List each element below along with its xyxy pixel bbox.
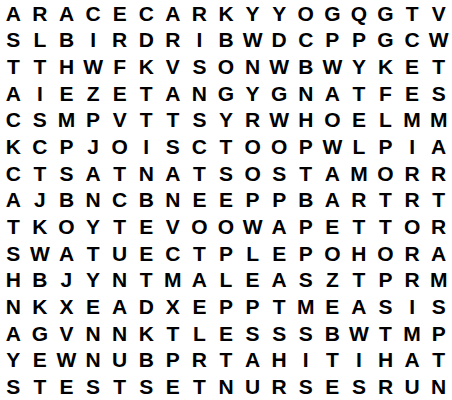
grid-cell[interactable]: Z [319, 267, 346, 294]
grid-cell[interactable]: W [80, 53, 107, 80]
grid-cell[interactable]: X [160, 293, 187, 320]
grid-cell[interactable]: S [80, 373, 107, 400]
word-search-grid: ARACECARKYYOGQGTVSLBIRDRIBWDCPPGCWTTHWFK… [0, 0, 452, 400]
grid-cell[interactable]: A [106, 293, 133, 320]
grid-cell[interactable]: J [27, 187, 54, 214]
grid-cell[interactable]: B [53, 187, 80, 214]
grid-cell[interactable]: O [372, 240, 399, 267]
grid-cell[interactable]: I [186, 27, 213, 54]
grid-cell[interactable]: S [160, 133, 187, 160]
grid-cell[interactable]: G [372, 27, 399, 54]
grid-cell[interactable]: O [186, 213, 213, 240]
grid-cell[interactable]: O [266, 133, 293, 160]
grid-cell[interactable]: P [53, 133, 80, 160]
grid-cell[interactable]: T [27, 373, 54, 400]
grid-cell[interactable]: A [425, 240, 452, 267]
grid-cell[interactable]: T [186, 240, 213, 267]
grid-cell[interactable]: O [239, 133, 266, 160]
grid-cell[interactable]: S [372, 293, 399, 320]
grid-cell[interactable]: G [27, 320, 54, 347]
grid-cell[interactable]: K [133, 53, 160, 80]
grid-cell[interactable]: A [0, 80, 27, 107]
grid-cell[interactable]: P [239, 187, 266, 214]
grid-cell[interactable]: K [0, 133, 27, 160]
grid-cell[interactable]: T [425, 347, 452, 374]
grid-cell[interactable]: A [160, 0, 187, 27]
grid-cell[interactable]: E [160, 373, 187, 400]
grid-cell[interactable]: S [292, 320, 319, 347]
grid-cell[interactable]: A [399, 347, 426, 374]
grid-cell[interactable]: V [425, 0, 452, 27]
grid-cell[interactable]: W [239, 213, 266, 240]
grid-cell[interactable]: N [133, 160, 160, 187]
grid-cell[interactable]: K [372, 53, 399, 80]
grid-cell[interactable]: F [372, 80, 399, 107]
grid-cell[interactable]: T [133, 80, 160, 107]
grid-cell[interactable]: T [319, 347, 346, 374]
grid-cell[interactable]: A [346, 293, 373, 320]
grid-cell[interactable]: E [186, 187, 213, 214]
grid-cell[interactable]: C [80, 0, 107, 27]
grid-cell[interactable]: F [106, 53, 133, 80]
grid-cell[interactable]: P [292, 240, 319, 267]
grid-cell[interactable]: I [133, 133, 160, 160]
grid-cell[interactable]: A [0, 187, 27, 214]
grid-cell[interactable]: T [106, 213, 133, 240]
grid-cell[interactable]: E [213, 320, 240, 347]
grid-cell[interactable]: P [80, 107, 107, 134]
grid-cell[interactable]: L [372, 107, 399, 134]
grid-cell[interactable]: E [106, 80, 133, 107]
grid-cell[interactable]: B [133, 187, 160, 214]
grid-cell[interactable]: S [425, 293, 452, 320]
grid-cell[interactable]: E [53, 373, 80, 400]
grid-cell[interactable]: G [266, 80, 293, 107]
grid-cell[interactable]: R [399, 267, 426, 294]
grid-cell[interactable]: E [27, 347, 54, 374]
grid-cell[interactable]: P [425, 320, 452, 347]
grid-cell[interactable]: A [186, 267, 213, 294]
grid-cell[interactable]: S [292, 373, 319, 400]
grid-cell[interactable]: A [160, 160, 187, 187]
grid-cell[interactable]: S [0, 373, 27, 400]
grid-cell[interactable]: T [133, 267, 160, 294]
grid-cell[interactable]: W [319, 133, 346, 160]
grid-cell[interactable]: C [106, 187, 133, 214]
grid-cell[interactable]: A [53, 0, 80, 27]
grid-cell[interactable]: R [399, 240, 426, 267]
grid-cell[interactable]: S [186, 107, 213, 134]
grid-cell[interactable]: O [399, 213, 426, 240]
grid-cell[interactable]: G [213, 80, 240, 107]
grid-cell[interactable]: Q [346, 0, 373, 27]
grid-cell[interactable]: I [346, 347, 373, 374]
grid-cell[interactable]: R [160, 27, 187, 54]
grid-cell[interactable]: O [319, 107, 346, 134]
grid-cell[interactable]: T [27, 53, 54, 80]
grid-cell[interactable]: R [27, 0, 54, 27]
grid-cell[interactable]: T [346, 80, 373, 107]
grid-cell[interactable]: V [160, 53, 187, 80]
grid-cell[interactable]: S [425, 80, 452, 107]
grid-cell[interactable]: A [160, 80, 187, 107]
grid-cell[interactable]: K [27, 213, 54, 240]
grid-cell[interactable]: D [266, 27, 293, 54]
grid-cell[interactable]: W [266, 107, 293, 134]
grid-cell[interactable]: A [239, 347, 266, 374]
grid-cell[interactable]: P [292, 133, 319, 160]
grid-cell[interactable]: O [53, 213, 80, 240]
grid-cell[interactable]: T [372, 213, 399, 240]
grid-cell[interactable]: T [80, 240, 107, 267]
grid-cell[interactable]: R [425, 213, 452, 240]
grid-cell[interactable]: N [213, 373, 240, 400]
grid-cell[interactable]: N [239, 53, 266, 80]
grid-cell[interactable]: U [106, 240, 133, 267]
grid-cell[interactable]: N [186, 80, 213, 107]
grid-cell[interactable]: I [399, 133, 426, 160]
grid-cell[interactable]: Y [346, 53, 373, 80]
grid-cell[interactable]: I [399, 293, 426, 320]
grid-cell[interactable]: T [160, 107, 187, 134]
grid-cell[interactable]: C [27, 133, 54, 160]
grid-cell[interactable]: T [0, 213, 27, 240]
grid-cell[interactable]: M [399, 320, 426, 347]
grid-cell[interactable]: R [346, 187, 373, 214]
grid-cell[interactable]: I [27, 80, 54, 107]
grid-cell[interactable]: T [160, 320, 187, 347]
grid-cell[interactable]: O [239, 160, 266, 187]
grid-cell[interactable]: E [319, 293, 346, 320]
grid-cell[interactable]: C [292, 27, 319, 54]
grid-cell[interactable]: K [27, 293, 54, 320]
grid-cell[interactable]: E [133, 213, 160, 240]
grid-cell[interactable]: S [0, 27, 27, 54]
grid-cell[interactable]: T [346, 267, 373, 294]
grid-cell[interactable]: L [239, 240, 266, 267]
grid-cell[interactable]: M [425, 267, 452, 294]
grid-cell[interactable]: C [0, 160, 27, 187]
grid-cell[interactable]: Y [266, 0, 293, 27]
grid-cell[interactable]: Y [239, 0, 266, 27]
grid-cell[interactable]: C [186, 133, 213, 160]
grid-cell[interactable]: U [399, 373, 426, 400]
grid-cell[interactable]: E [346, 107, 373, 134]
grid-cell[interactable]: E [213, 187, 240, 214]
grid-cell[interactable]: R [266, 373, 293, 400]
grid-cell[interactable]: K [213, 0, 240, 27]
grid-cell[interactable]: O [106, 133, 133, 160]
grid-cell[interactable]: A [0, 320, 27, 347]
grid-cell[interactable]: T [399, 0, 426, 27]
grid-cell[interactable]: S [53, 160, 80, 187]
grid-cell[interactable]: T [266, 293, 293, 320]
grid-cell[interactable]: W [27, 240, 54, 267]
grid-cell[interactable]: R [399, 187, 426, 214]
grid-cell[interactable]: P [213, 240, 240, 267]
grid-cell[interactable]: S [27, 107, 54, 134]
grid-cell[interactable]: P [160, 347, 187, 374]
grid-cell[interactable]: R [239, 107, 266, 134]
grid-cell[interactable]: U [239, 373, 266, 400]
grid-cell[interactable]: S [186, 53, 213, 80]
grid-cell[interactable]: N [106, 320, 133, 347]
grid-cell[interactable]: T [27, 160, 54, 187]
grid-cell[interactable]: T [186, 373, 213, 400]
grid-cell[interactable]: H [266, 347, 293, 374]
grid-cell[interactable]: N [160, 187, 187, 214]
grid-cell[interactable]: L [346, 133, 373, 160]
grid-cell[interactable]: M [346, 160, 373, 187]
grid-cell[interactable]: T [372, 320, 399, 347]
grid-cell[interactable]: R [425, 160, 452, 187]
grid-cell[interactable]: B [133, 347, 160, 374]
grid-cell[interactable]: Y [80, 267, 107, 294]
grid-cell[interactable]: T [425, 187, 452, 214]
grid-cell[interactable]: W [425, 27, 452, 54]
grid-cell[interactable]: B [292, 187, 319, 214]
grid-cell[interactable]: T [106, 373, 133, 400]
grid-cell[interactable]: Y [213, 107, 240, 134]
grid-cell[interactable]: R [106, 27, 133, 54]
grid-cell[interactable]: S [266, 160, 293, 187]
grid-cell[interactable]: S [266, 320, 293, 347]
grid-cell[interactable]: V [160, 213, 187, 240]
grid-cell[interactable]: T [106, 160, 133, 187]
grid-cell[interactable]: R [186, 0, 213, 27]
grid-cell[interactable]: M [399, 107, 426, 134]
grid-cell[interactable]: E [186, 293, 213, 320]
grid-cell[interactable]: T [425, 53, 452, 80]
grid-cell[interactable]: R [399, 160, 426, 187]
grid-cell[interactable]: I [80, 27, 107, 54]
grid-cell[interactable]: M [160, 267, 187, 294]
grid-cell[interactable]: J [80, 133, 107, 160]
grid-cell[interactable]: B [53, 27, 80, 54]
grid-cell[interactable]: E [399, 53, 426, 80]
grid-cell[interactable]: Y [239, 80, 266, 107]
grid-cell[interactable]: T [372, 187, 399, 214]
grid-cell[interactable]: E [319, 213, 346, 240]
grid-cell[interactable]: G [372, 0, 399, 27]
grid-cell[interactable]: B [213, 27, 240, 54]
grid-cell[interactable]: K [133, 320, 160, 347]
grid-cell[interactable]: R [186, 347, 213, 374]
grid-cell[interactable]: S [346, 373, 373, 400]
grid-cell[interactable]: E [53, 80, 80, 107]
grid-cell[interactable]: T [213, 133, 240, 160]
grid-cell[interactable]: E [399, 80, 426, 107]
grid-cell[interactable]: L [27, 27, 54, 54]
grid-cell[interactable]: J [53, 267, 80, 294]
grid-cell[interactable]: W [239, 27, 266, 54]
grid-cell[interactable]: A [319, 80, 346, 107]
grid-cell[interactable]: Y [0, 347, 27, 374]
grid-cell[interactable]: A [319, 187, 346, 214]
grid-cell[interactable]: E [266, 240, 293, 267]
grid-cell[interactable]: A [425, 133, 452, 160]
grid-cell[interactable]: T [133, 107, 160, 134]
grid-cell[interactable]: P [239, 293, 266, 320]
grid-cell[interactable]: H [53, 53, 80, 80]
grid-cell[interactable]: T [346, 213, 373, 240]
grid-cell[interactable]: P [319, 27, 346, 54]
grid-cell[interactable]: A [80, 160, 107, 187]
grid-cell[interactable]: C [0, 107, 27, 134]
grid-cell[interactable]: T [186, 160, 213, 187]
grid-cell[interactable]: T [0, 53, 27, 80]
grid-cell[interactable]: I [292, 347, 319, 374]
grid-cell[interactable]: M [53, 107, 80, 134]
grid-cell[interactable]: O [372, 160, 399, 187]
grid-cell[interactable]: T [213, 347, 240, 374]
grid-cell[interactable]: N [425, 373, 452, 400]
grid-cell[interactable]: B [27, 267, 54, 294]
grid-cell[interactable]: S [213, 160, 240, 187]
grid-cell[interactable]: N [292, 80, 319, 107]
grid-cell[interactable]: S [292, 267, 319, 294]
grid-cell[interactable]: S [133, 373, 160, 400]
grid-cell[interactable]: P [372, 133, 399, 160]
grid-cell[interactable]: O [292, 0, 319, 27]
grid-cell[interactable]: A [266, 213, 293, 240]
grid-cell[interactable]: E [133, 240, 160, 267]
grid-cell[interactable]: N [80, 320, 107, 347]
grid-cell[interactable]: W [346, 320, 373, 347]
grid-cell[interactable]: E [80, 293, 107, 320]
grid-cell[interactable]: S [239, 320, 266, 347]
grid-cell[interactable]: H [346, 240, 373, 267]
grid-cell[interactable]: B [319, 320, 346, 347]
grid-cell[interactable]: E [319, 373, 346, 400]
grid-cell[interactable]: W [319, 53, 346, 80]
grid-cell[interactable]: N [106, 267, 133, 294]
grid-cell[interactable]: R [372, 373, 399, 400]
grid-cell[interactable]: E [106, 0, 133, 27]
grid-cell[interactable]: Z [80, 80, 107, 107]
grid-cell[interactable]: N [80, 187, 107, 214]
grid-cell[interactable]: V [106, 107, 133, 134]
grid-cell[interactable]: H [0, 267, 27, 294]
grid-cell[interactable]: H [372, 347, 399, 374]
grid-cell[interactable]: H [292, 107, 319, 134]
grid-cell[interactable]: O [213, 53, 240, 80]
grid-cell[interactable]: V [53, 320, 80, 347]
grid-cell[interactable]: N [80, 347, 107, 374]
grid-cell[interactable]: B [292, 53, 319, 80]
grid-cell[interactable]: C [133, 0, 160, 27]
grid-cell[interactable]: P [372, 267, 399, 294]
grid-cell[interactable]: P [346, 27, 373, 54]
grid-cell[interactable]: D [133, 27, 160, 54]
grid-cell[interactable]: A [266, 267, 293, 294]
grid-cell[interactable]: O [319, 240, 346, 267]
grid-cell[interactable]: N [0, 293, 27, 320]
grid-cell[interactable]: U [106, 347, 133, 374]
grid-cell[interactable]: G [319, 0, 346, 27]
grid-cell[interactable]: C [160, 240, 187, 267]
grid-cell[interactable]: O [213, 213, 240, 240]
grid-cell[interactable]: M [292, 293, 319, 320]
grid-cell[interactable]: A [319, 160, 346, 187]
grid-cell[interactable]: D [133, 293, 160, 320]
grid-cell[interactable]: L [213, 267, 240, 294]
grid-cell[interactable]: Y [80, 213, 107, 240]
grid-cell[interactable]: T [292, 160, 319, 187]
grid-cell[interactable]: P [213, 293, 240, 320]
grid-cell[interactable]: X [53, 293, 80, 320]
grid-cell[interactable]: P [292, 213, 319, 240]
grid-cell[interactable]: W [266, 53, 293, 80]
grid-cell[interactable]: L [186, 320, 213, 347]
grid-cell[interactable]: W [53, 347, 80, 374]
grid-cell[interactable]: C [399, 27, 426, 54]
grid-cell[interactable]: P [266, 187, 293, 214]
grid-cell[interactable]: A [0, 0, 27, 27]
grid-cell[interactable]: A [53, 240, 80, 267]
grid-cell[interactable]: M [425, 107, 452, 134]
grid-cell[interactable]: E [239, 267, 266, 294]
grid-cell[interactable]: S [0, 240, 27, 267]
